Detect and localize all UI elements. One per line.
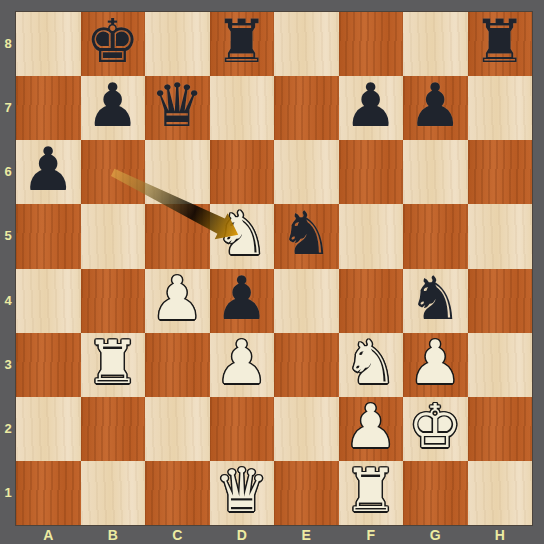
square-a4[interactable]: [16, 269, 81, 333]
square-b4[interactable]: [81, 269, 146, 333]
piece-white-rook[interactable]: ♜: [344, 460, 398, 520]
piece-black-pawn[interactable]: ♟: [86, 75, 140, 135]
square-b2[interactable]: [81, 397, 146, 461]
file-label-c: C: [145, 527, 210, 543]
square-g1[interactable]: [403, 461, 468, 525]
rank-label-1: 1: [0, 461, 16, 525]
rank-label-7: 7: [0, 76, 16, 140]
square-e6[interactable]: [274, 140, 339, 204]
piece-black-queen[interactable]: ♛: [150, 75, 204, 135]
square-a6[interactable]: ♟: [16, 140, 81, 204]
square-d6[interactable]: [210, 140, 275, 204]
piece-white-pawn[interactable]: ♟: [215, 332, 269, 392]
square-d3[interactable]: ♟: [210, 333, 275, 397]
rank-label-2: 2: [0, 397, 16, 461]
square-f2[interactable]: ♟: [339, 397, 404, 461]
square-f3[interactable]: ♞: [339, 333, 404, 397]
square-e7[interactable]: [274, 76, 339, 140]
square-e1[interactable]: [274, 461, 339, 525]
piece-black-knight[interactable]: ♞: [408, 268, 462, 328]
square-c1[interactable]: [145, 461, 210, 525]
square-a5[interactable]: [16, 204, 81, 268]
square-b3[interactable]: ♜: [81, 333, 146, 397]
piece-white-king[interactable]: ♚: [408, 396, 462, 456]
square-h3[interactable]: [468, 333, 533, 397]
piece-white-knight[interactable]: ♞: [344, 332, 398, 392]
piece-black-knight[interactable]: ♞: [279, 203, 333, 263]
file-label-h: H: [468, 527, 533, 543]
square-g5[interactable]: [403, 204, 468, 268]
chess-board: ♚♜♜♟♛♟♟♟♞♞♟♟♞♜♟♞♟♟♚♛♜: [16, 12, 532, 525]
rank-label-3: 3: [0, 333, 16, 397]
square-b1[interactable]: [81, 461, 146, 525]
square-c7[interactable]: ♛: [145, 76, 210, 140]
square-h7[interactable]: [468, 76, 533, 140]
rank-label-8: 8: [0, 12, 16, 76]
square-e5[interactable]: ♞: [274, 204, 339, 268]
square-f7[interactable]: ♟: [339, 76, 404, 140]
square-g4[interactable]: ♞: [403, 269, 468, 333]
piece-white-knight[interactable]: ♞: [215, 203, 269, 263]
square-d1[interactable]: ♛: [210, 461, 275, 525]
square-g7[interactable]: ♟: [403, 76, 468, 140]
file-label-b: B: [81, 527, 146, 543]
square-d8[interactable]: ♜: [210, 12, 275, 76]
file-label-g: G: [403, 527, 468, 543]
square-a3[interactable]: [16, 333, 81, 397]
square-c2[interactable]: [145, 397, 210, 461]
square-g6[interactable]: [403, 140, 468, 204]
square-d4[interactable]: ♟: [210, 269, 275, 333]
file-label-d: D: [210, 527, 275, 543]
square-c4[interactable]: ♟: [145, 269, 210, 333]
square-g3[interactable]: ♟: [403, 333, 468, 397]
square-f5[interactable]: [339, 204, 404, 268]
square-g8[interactable]: [403, 12, 468, 76]
square-e3[interactable]: [274, 333, 339, 397]
piece-black-pawn[interactable]: ♟: [215, 268, 269, 328]
rank-label-4: 4: [0, 269, 16, 333]
square-g2[interactable]: ♚: [403, 397, 468, 461]
square-c3[interactable]: [145, 333, 210, 397]
piece-black-rook[interactable]: ♜: [473, 11, 527, 71]
square-a2[interactable]: [16, 397, 81, 461]
piece-white-queen[interactable]: ♛: [215, 460, 269, 520]
square-f6[interactable]: [339, 140, 404, 204]
square-e8[interactable]: [274, 12, 339, 76]
square-h2[interactable]: [468, 397, 533, 461]
rank-label-5: 5: [0, 204, 16, 268]
square-h8[interactable]: ♜: [468, 12, 533, 76]
square-c5[interactable]: [145, 204, 210, 268]
square-e4[interactable]: [274, 269, 339, 333]
square-d7[interactable]: [210, 76, 275, 140]
square-h1[interactable]: [468, 461, 533, 525]
square-a7[interactable]: [16, 76, 81, 140]
square-c8[interactable]: [145, 12, 210, 76]
file-label-a: A: [16, 527, 81, 543]
square-d5[interactable]: ♞: [210, 204, 275, 268]
square-a1[interactable]: [16, 461, 81, 525]
square-f8[interactable]: [339, 12, 404, 76]
piece-white-rook[interactable]: ♜: [86, 332, 140, 392]
piece-black-king[interactable]: ♚: [86, 11, 140, 71]
piece-black-pawn[interactable]: ♟: [344, 75, 398, 135]
piece-black-rook[interactable]: ♜: [215, 11, 269, 71]
square-h4[interactable]: [468, 269, 533, 333]
piece-black-pawn[interactable]: ♟: [21, 139, 75, 199]
square-e2[interactable]: [274, 397, 339, 461]
square-b7[interactable]: ♟: [81, 76, 146, 140]
square-b5[interactable]: [81, 204, 146, 268]
square-a8[interactable]: [16, 12, 81, 76]
piece-white-pawn[interactable]: ♟: [408, 332, 462, 392]
piece-white-pawn[interactable]: ♟: [150, 268, 204, 328]
file-label-e: E: [274, 527, 339, 543]
square-f4[interactable]: [339, 269, 404, 333]
square-f1[interactable]: ♜: [339, 461, 404, 525]
square-h5[interactable]: [468, 204, 533, 268]
rank-label-6: 6: [0, 140, 16, 204]
square-b8[interactable]: ♚: [81, 12, 146, 76]
square-c6[interactable]: [145, 140, 210, 204]
square-d2[interactable]: [210, 397, 275, 461]
square-h6[interactable]: [468, 140, 533, 204]
file-label-f: F: [339, 527, 404, 543]
piece-black-pawn[interactable]: ♟: [408, 75, 462, 135]
square-b6[interactable]: [81, 140, 146, 204]
piece-white-pawn[interactable]: ♟: [344, 396, 398, 456]
